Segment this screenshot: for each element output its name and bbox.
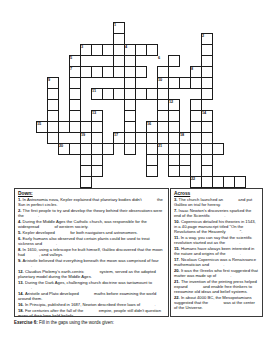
clue-item: 18. For centuries after the fall of the …	[18, 309, 165, 317]
clue-item: 8. In 1610, using a telescope he built h…	[18, 248, 165, 258]
grid-cell	[146, 44, 158, 56]
clue-number-8: 8	[191, 67, 193, 71]
clue-item: 7. Isaac Newton's discoveries sparked th…	[174, 209, 259, 219]
grid-cell	[91, 165, 103, 177]
clue-number-14: 14	[202, 111, 206, 115]
clue-item: 13. During the Dark Ages, challenging ch…	[18, 281, 165, 291]
clue-item: 4. During the Middle Ages the Catholic c…	[18, 220, 165, 230]
clue-number-1: 1	[114, 23, 116, 27]
clue-item: 22. In about 4000 BC, the Mesopotamians …	[174, 296, 259, 311]
clue-item: 21. The invention of the printing press …	[174, 280, 259, 295]
clue-item: 2. The first people to try and develop t…	[18, 209, 165, 219]
down-header: Down:	[18, 191, 165, 196]
down-clue-list: 1. In Astronomia nova, Kepler explained …	[18, 198, 165, 317]
clue-number-9: 9	[48, 78, 50, 82]
clue-number-22: 22	[191, 177, 195, 181]
grid-cell	[234, 176, 246, 188]
clue-number-19: 19	[81, 133, 85, 137]
clue-number-3: 3	[81, 45, 83, 49]
clue-number-11: 11	[92, 89, 96, 93]
clue-number-5: 5	[70, 56, 72, 60]
across-clue-list: 3. The church launched an and put Galile…	[174, 198, 259, 310]
clue-number-10: 10	[158, 78, 162, 82]
grid-cell	[201, 88, 213, 100]
clue-number-15: 15	[37, 122, 41, 126]
clue-item: 16. In Principia, published in 1687, New…	[18, 303, 165, 308]
across-clues-box: Across 3. The church launched an and put…	[170, 188, 263, 317]
exercise-label: Exercise 6:	[14, 320, 38, 325]
clue-item: 12. Claudius Ptolemy's earth-centric sys…	[18, 270, 165, 280]
clue-number-7: 7	[70, 67, 72, 71]
clue-number-2: 2	[202, 34, 204, 38]
grid-cell	[102, 143, 114, 155]
grid-cell	[80, 176, 92, 188]
clue-number-21: 21	[158, 144, 162, 148]
clue-item: 6. Early humans also observed that certa…	[18, 237, 165, 247]
exercise-footer: Exercise 6: Fill in the gaps using the w…	[14, 320, 254, 325]
clue-item: 3. The church launched an and put Galile…	[174, 198, 259, 208]
grid-cell	[124, 143, 136, 155]
clue-item: 17. Nicolaus Copernicus was a Renaissanc…	[174, 258, 259, 268]
grid-cell	[135, 66, 147, 78]
clue-item: 11. In a way, you can say that the scien…	[174, 236, 259, 246]
exercise-text: Fill in the gaps using the words given:	[39, 320, 114, 325]
across-header: Across	[174, 191, 259, 196]
clue-number-6: 6	[158, 56, 160, 60]
clue-number-4: 4	[125, 45, 127, 49]
clue-item: 14. Aristotle and Plato developed maths …	[18, 292, 165, 302]
clue-item: 10. Copernicus detailed his theories in …	[174, 220, 259, 235]
clue-number-12: 12	[169, 100, 173, 104]
clue-item: 9. Aristotle believed that everything be…	[18, 259, 165, 269]
clue-item: 20. It was the Greeks who first suggeste…	[174, 269, 259, 279]
clue-item: 5. Kepler developed for both navigators …	[18, 231, 165, 236]
grid-cell	[168, 55, 180, 67]
grid-cell	[212, 143, 224, 155]
clue-number-18: 18	[180, 133, 184, 137]
clue-item: 15. Humans have always been interested i…	[174, 247, 259, 257]
clue-number-17: 17	[114, 133, 118, 137]
clue-number-13: 13	[92, 111, 96, 115]
clue-number-16: 16	[147, 122, 151, 126]
clue-number-20: 20	[59, 144, 63, 148]
grid-cell	[146, 165, 158, 177]
clue-item: 1. In Astronomia nova, Kepler explained …	[18, 198, 165, 208]
down-clues-box: Down: 1. In Astronomia nova, Kepler expl…	[14, 188, 169, 317]
